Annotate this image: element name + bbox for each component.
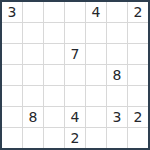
cell-r5c7[interactable] [128,86,148,106]
cell-r4c1[interactable] [2,65,22,85]
cell-r2c3[interactable] [44,23,64,43]
cell-r6c1[interactable] [2,107,22,127]
cell-r6c4[interactable]: 4 [65,107,85,127]
cell-r7c5[interactable] [86,128,106,148]
cell-r6c3[interactable] [44,107,64,127]
cell-r1c1[interactable]: 3 [2,2,22,22]
cell-r1c4[interactable] [65,2,85,22]
cell-r7c6[interactable] [107,128,127,148]
cell-r3c4[interactable]: 7 [65,44,85,64]
cell-r4c3[interactable] [44,65,64,85]
cell-r2c1[interactable] [2,23,22,43]
cell-r4c2[interactable] [23,65,43,85]
cell-r5c4[interactable] [65,86,85,106]
cell-r7c1[interactable] [2,128,22,148]
cell-r7c2[interactable] [23,128,43,148]
cell-r5c2[interactable] [23,86,43,106]
cell-r7c7[interactable] [128,128,148,148]
cell-r3c1[interactable] [2,44,22,64]
cell-r2c6[interactable] [107,23,127,43]
cell-r3c7[interactable] [128,44,148,64]
cell-r5c1[interactable] [2,86,22,106]
cell-r6c6[interactable]: 3 [107,107,127,127]
cell-r1c3[interactable] [44,2,64,22]
cell-r6c5[interactable] [86,107,106,127]
cell-r3c2[interactable] [23,44,43,64]
cell-r4c4[interactable] [65,65,85,85]
cell-r3c6[interactable] [107,44,127,64]
cell-r6c7[interactable]: 2 [128,107,148,127]
cell-r1c7[interactable]: 2 [128,2,148,22]
cell-r7c4[interactable]: 2 [65,128,85,148]
cell-r3c5[interactable] [86,44,106,64]
cell-r5c3[interactable] [44,86,64,106]
cell-r7c3[interactable] [44,128,64,148]
cell-r1c6[interactable] [107,2,127,22]
cell-r4c5[interactable] [86,65,106,85]
cell-r5c5[interactable] [86,86,106,106]
cell-r2c2[interactable] [23,23,43,43]
cell-r1c5[interactable]: 4 [86,2,106,22]
cell-r6c2[interactable]: 8 [23,107,43,127]
cell-r4c6[interactable]: 8 [107,65,127,85]
cell-r2c5[interactable] [86,23,106,43]
cell-r3c3[interactable] [44,44,64,64]
cell-r2c7[interactable] [128,23,148,43]
cell-r2c4[interactable] [65,23,85,43]
puzzle-board: 3427884322 [0,0,150,150]
cell-r4c7[interactable] [128,65,148,85]
cell-r5c6[interactable] [107,86,127,106]
cell-r1c2[interactable] [23,2,43,22]
